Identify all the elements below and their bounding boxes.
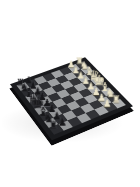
- piece-white-rook: ♜: [111, 95, 120, 105]
- piece-white-pawn: ♟: [103, 99, 112, 109]
- piece-black-pawn: ♟: [58, 117, 67, 127]
- piece-black-rook: ♜: [48, 120, 58, 131]
- product-photo: ♜♞♝♛♚♝♞♜♟♟♟♟♟♟♟♟♟♟♟♟♟♟♟♟♜♞♝♛♚♝♞♜: [0, 0, 140, 187]
